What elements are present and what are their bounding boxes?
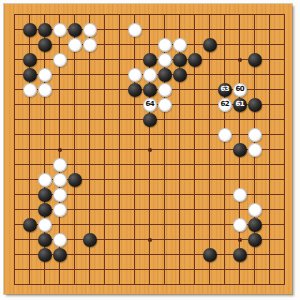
star-point [58, 148, 62, 152]
grid-line-vertical [269, 14, 270, 285]
stone-white-move-62: 62 [218, 98, 232, 112]
stone-black [23, 23, 37, 37]
stone-black-move-63: 63 [218, 83, 232, 97]
stone-black [83, 233, 97, 247]
grid-line-horizontal [14, 284, 285, 285]
stone-white [53, 158, 67, 172]
stone-white [233, 218, 247, 232]
stone-black [38, 38, 52, 52]
stone-white [38, 83, 52, 97]
move-number-label: 63 [220, 86, 229, 93]
grid-line-vertical [284, 14, 285, 285]
stone-black-move-61: 61 [233, 98, 247, 112]
stone-black [68, 23, 82, 37]
stone-white [143, 68, 157, 82]
star-point [238, 238, 242, 242]
stone-black [128, 83, 142, 97]
stone-white [158, 83, 172, 97]
stone-white [68, 38, 82, 52]
stone-white [158, 53, 172, 67]
stone-black [68, 173, 82, 187]
stone-white [53, 188, 67, 202]
stone-white [83, 23, 97, 37]
move-number-label: 60 [235, 86, 244, 93]
stone-black [248, 233, 262, 247]
stone-black [248, 98, 262, 112]
stone-black [23, 53, 37, 67]
star-point [148, 238, 152, 242]
stone-black [248, 218, 262, 232]
stone-black [143, 53, 157, 67]
stone-white [128, 23, 142, 37]
stone-black [38, 203, 52, 217]
stone-black [38, 23, 52, 37]
stone-white-move-64: 64 [143, 98, 157, 112]
stone-black [143, 83, 157, 97]
stone-black [143, 113, 157, 127]
stone-black [233, 143, 247, 157]
stone-white [53, 173, 67, 187]
stone-black [173, 68, 187, 82]
go-board[interactable]: 6360646261 [4, 4, 292, 294]
stone-white [248, 128, 262, 142]
stone-white [248, 143, 262, 157]
stone-white [38, 218, 52, 232]
star-point [148, 148, 152, 152]
stone-black [173, 53, 187, 67]
stone-white [23, 83, 37, 97]
stone-white [173, 38, 187, 52]
stone-white-move-60: 60 [233, 83, 247, 97]
move-number-label: 62 [220, 101, 229, 108]
stone-white [158, 38, 172, 52]
stone-white [53, 203, 67, 217]
stone-black [248, 53, 262, 67]
stone-white [53, 23, 67, 37]
stone-black [203, 248, 217, 262]
stone-white [128, 68, 142, 82]
stone-white [38, 173, 52, 187]
stone-black [158, 68, 172, 82]
stone-black [188, 53, 202, 67]
go-app-page: 6360646261 [0, 0, 300, 300]
stone-black [38, 188, 52, 202]
star-point [238, 58, 242, 62]
move-number-label: 61 [235, 101, 244, 108]
stone-black [38, 233, 52, 247]
stone-white [83, 38, 97, 52]
stone-black [53, 248, 67, 262]
stone-black [203, 38, 217, 52]
stone-white [53, 53, 67, 67]
stone-white [38, 68, 52, 82]
stone-black [23, 68, 37, 82]
grid-line-vertical [209, 14, 210, 285]
move-number-label: 64 [145, 101, 154, 108]
grid-line-vertical [224, 14, 225, 285]
grid-line-horizontal [14, 269, 285, 270]
stone-white [53, 233, 67, 247]
stone-black [38, 248, 52, 262]
stone-white [158, 98, 172, 112]
stone-white [248, 203, 262, 217]
stone-white [218, 128, 232, 142]
stone-white [233, 188, 247, 202]
stone-black [23, 218, 37, 232]
stone-black [233, 248, 247, 262]
